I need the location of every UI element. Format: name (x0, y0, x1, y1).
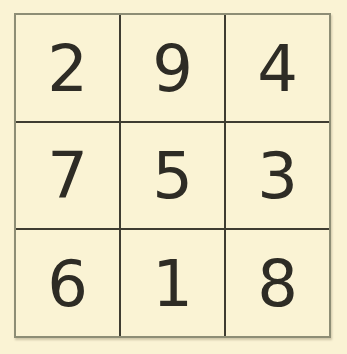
magic-square-board: 2 9 4 7 5 3 6 1 8 (14, 13, 331, 338)
cell-r1c3: 4 (226, 15, 329, 121)
cell-r3c3-value: 8 (257, 252, 298, 316)
cell-r1c1-value: 2 (47, 37, 88, 101)
cell-r2c3: 3 (226, 123, 329, 229)
cell-r1c2-value: 9 (152, 37, 193, 101)
cell-r2c1: 7 (16, 123, 119, 229)
cell-r1c3-value: 4 (257, 37, 298, 101)
cell-r2c2: 5 (121, 123, 224, 229)
cell-r1c1: 2 (16, 15, 119, 121)
cell-r2c1-value: 7 (47, 144, 88, 208)
magic-square-diagram: 2 9 4 7 5 3 6 1 8 (0, 0, 347, 354)
cell-r2c2-value: 5 (152, 144, 193, 208)
cell-r3c2-value: 1 (152, 252, 193, 316)
cell-r3c2: 1 (121, 230, 224, 336)
cell-r3c3: 8 (226, 230, 329, 336)
cell-r2c3-value: 3 (257, 144, 298, 208)
cell-r3c1-value: 6 (47, 252, 88, 316)
cell-r1c2: 9 (121, 15, 224, 121)
cell-r3c1: 6 (16, 230, 119, 336)
